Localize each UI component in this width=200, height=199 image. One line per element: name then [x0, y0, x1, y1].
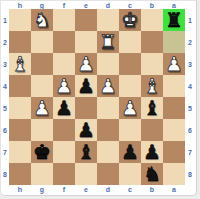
rank-label-4: 4: [1, 75, 9, 97]
square-c6[interactable]: [119, 119, 141, 141]
square-h4[interactable]: [9, 75, 31, 97]
square-e7[interactable]: ♝: [75, 141, 97, 163]
square-g2[interactable]: [31, 31, 53, 53]
file-label-b: b: [141, 1, 163, 9]
square-d1[interactable]: [97, 9, 119, 31]
square-f4[interactable]: ♟: [53, 75, 75, 97]
square-e8[interactable]: [75, 163, 97, 185]
square-c4[interactable]: [119, 75, 141, 97]
white-pawn[interactable]: ♟: [77, 53, 95, 75]
corner: [1, 185, 9, 194]
file-label-bottom-a: a: [163, 185, 185, 194]
white-pawn[interactable]: ♟: [55, 75, 73, 97]
square-b7[interactable]: ♟: [141, 141, 163, 163]
square-f2[interactable]: [53, 31, 75, 53]
square-h7[interactable]: [9, 141, 31, 163]
square-c1[interactable]: ♚: [119, 9, 141, 31]
white-bishop[interactable]: ♝: [143, 75, 161, 97]
square-e3[interactable]: ♟: [75, 53, 97, 75]
square-d6[interactable]: [97, 119, 119, 141]
square-g7[interactable]: ♚: [31, 141, 53, 163]
white-knight[interactable]: ♞: [33, 9, 51, 31]
square-a5[interactable]: [163, 97, 185, 119]
black-king[interactable]: ♚: [33, 141, 51, 163]
file-label-d: d: [97, 1, 119, 9]
square-c8[interactable]: [119, 163, 141, 185]
rank-label-right-2: 2: [185, 31, 195, 53]
corner: [185, 185, 195, 194]
file-label-a: a: [163, 1, 185, 9]
square-g8[interactable]: [31, 163, 53, 185]
square-h8[interactable]: [9, 163, 31, 185]
square-b2[interactable]: [141, 31, 163, 53]
corner: [185, 1, 195, 9]
square-h2[interactable]: [9, 31, 31, 53]
square-a3[interactable]: ♟: [163, 53, 185, 75]
white-pawn[interactable]: ♟: [121, 97, 139, 119]
black-pawn[interactable]: ♟: [55, 97, 73, 119]
rank-label-6: 6: [1, 119, 9, 141]
square-a7[interactable]: [163, 141, 185, 163]
white-pawn[interactable]: ♟: [99, 75, 117, 97]
rank-label-3: 3: [1, 53, 9, 75]
square-a1[interactable]: ♜: [163, 9, 185, 31]
square-c7[interactable]: ♟: [119, 141, 141, 163]
file-label-e: e: [75, 1, 97, 9]
file-label-bottom-f: f: [53, 185, 75, 194]
square-b6[interactable]: [141, 119, 163, 141]
square-a8[interactable]: [163, 163, 185, 185]
square-c3[interactable]: [119, 53, 141, 75]
square-e6[interactable]: ♟: [75, 119, 97, 141]
square-b5[interactable]: ♝: [141, 97, 163, 119]
rank-label-8: 8: [1, 163, 9, 185]
square-b4[interactable]: ♝: [141, 75, 163, 97]
square-d3[interactable]: [97, 53, 119, 75]
white-bishop[interactable]: ♝: [11, 53, 29, 75]
rank-label-right-3: 3: [185, 53, 195, 75]
square-b1[interactable]: [141, 9, 163, 31]
square-d7[interactable]: [97, 141, 119, 163]
square-e5[interactable]: [75, 97, 97, 119]
black-pawn[interactable]: ♟: [121, 141, 139, 163]
square-f6[interactable]: [53, 119, 75, 141]
file-label-bottom-g: g: [31, 185, 53, 194]
square-h6[interactable]: [9, 119, 31, 141]
square-f5[interactable]: ♟: [53, 97, 75, 119]
square-d4[interactable]: ♟: [97, 75, 119, 97]
corner: [1, 1, 9, 9]
black-bishop[interactable]: ♝: [77, 141, 95, 163]
rank-label-1: 1: [1, 9, 9, 31]
black-knight[interactable]: ♞: [143, 163, 161, 185]
square-c5[interactable]: ♟: [119, 97, 141, 119]
square-b3[interactable]: [141, 53, 163, 75]
square-h3[interactable]: ♝: [9, 53, 31, 75]
white-pawn[interactable]: ♟: [165, 53, 183, 75]
square-d2[interactable]: ♜: [97, 31, 119, 53]
black-rook[interactable]: ♜: [165, 9, 183, 31]
square-g4[interactable]: [31, 75, 53, 97]
file-label-g: g: [31, 1, 53, 9]
square-e1[interactable]: [75, 9, 97, 31]
chess-board-panel: hgfedcba1♞♚♜12♜23♝♟♟34♟♟♟♝45♟♟♟♝56♟67♚♝♟…: [0, 0, 197, 196]
rank-label-right-8: 8: [185, 163, 195, 185]
rank-label-2: 2: [1, 31, 9, 53]
rank-label-right-7: 7: [185, 141, 195, 163]
file-label-bottom-d: d: [97, 185, 119, 194]
square-b8[interactable]: ♞: [141, 163, 163, 185]
rank-label-right-5: 5: [185, 97, 195, 119]
white-king[interactable]: ♚: [121, 9, 139, 31]
square-e2[interactable]: [75, 31, 97, 53]
square-f1[interactable]: [53, 9, 75, 31]
square-g6[interactable]: [31, 119, 53, 141]
square-d8[interactable]: [97, 163, 119, 185]
file-label-bottom-c: c: [119, 185, 141, 194]
file-label-bottom-e: e: [75, 185, 97, 194]
rank-label-right-1: 1: [185, 9, 195, 31]
square-h5[interactable]: [9, 97, 31, 119]
square-d5[interactable]: [97, 97, 119, 119]
black-pawn[interactable]: ♟: [77, 119, 95, 141]
square-f7[interactable]: [53, 141, 75, 163]
black-pawn[interactable]: ♟: [77, 75, 95, 97]
white-pawn[interactable]: ♟: [33, 97, 51, 119]
square-g5[interactable]: ♟: [31, 97, 53, 119]
square-f8[interactable]: [53, 163, 75, 185]
square-a4[interactable]: [163, 75, 185, 97]
square-f3[interactable]: [53, 53, 75, 75]
square-a6[interactable]: [163, 119, 185, 141]
square-a2[interactable]: [163, 31, 185, 53]
file-label-c: c: [119, 1, 141, 9]
black-bishop[interactable]: ♝: [143, 97, 161, 119]
square-g1[interactable]: ♞: [31, 9, 53, 31]
rank-label-right-6: 6: [185, 119, 195, 141]
square-g3[interactable]: [31, 53, 53, 75]
white-rook[interactable]: ♜: [99, 31, 117, 53]
file-label-h: h: [9, 1, 31, 9]
black-pawn[interactable]: ♟: [143, 141, 161, 163]
board-grid: hgfedcba1♞♚♜12♜23♝♟♟34♟♟♟♝45♟♟♟♝56♟67♚♝♟…: [1, 1, 196, 194]
rank-label-5: 5: [1, 97, 9, 119]
rank-label-right-4: 4: [185, 75, 195, 97]
square-h1[interactable]: [9, 9, 31, 31]
file-label-f: f: [53, 1, 75, 9]
file-label-bottom-h: h: [9, 185, 31, 194]
file-label-bottom-b: b: [141, 185, 163, 194]
square-e4[interactable]: ♟: [75, 75, 97, 97]
rank-label-7: 7: [1, 141, 9, 163]
square-c2[interactable]: [119, 31, 141, 53]
